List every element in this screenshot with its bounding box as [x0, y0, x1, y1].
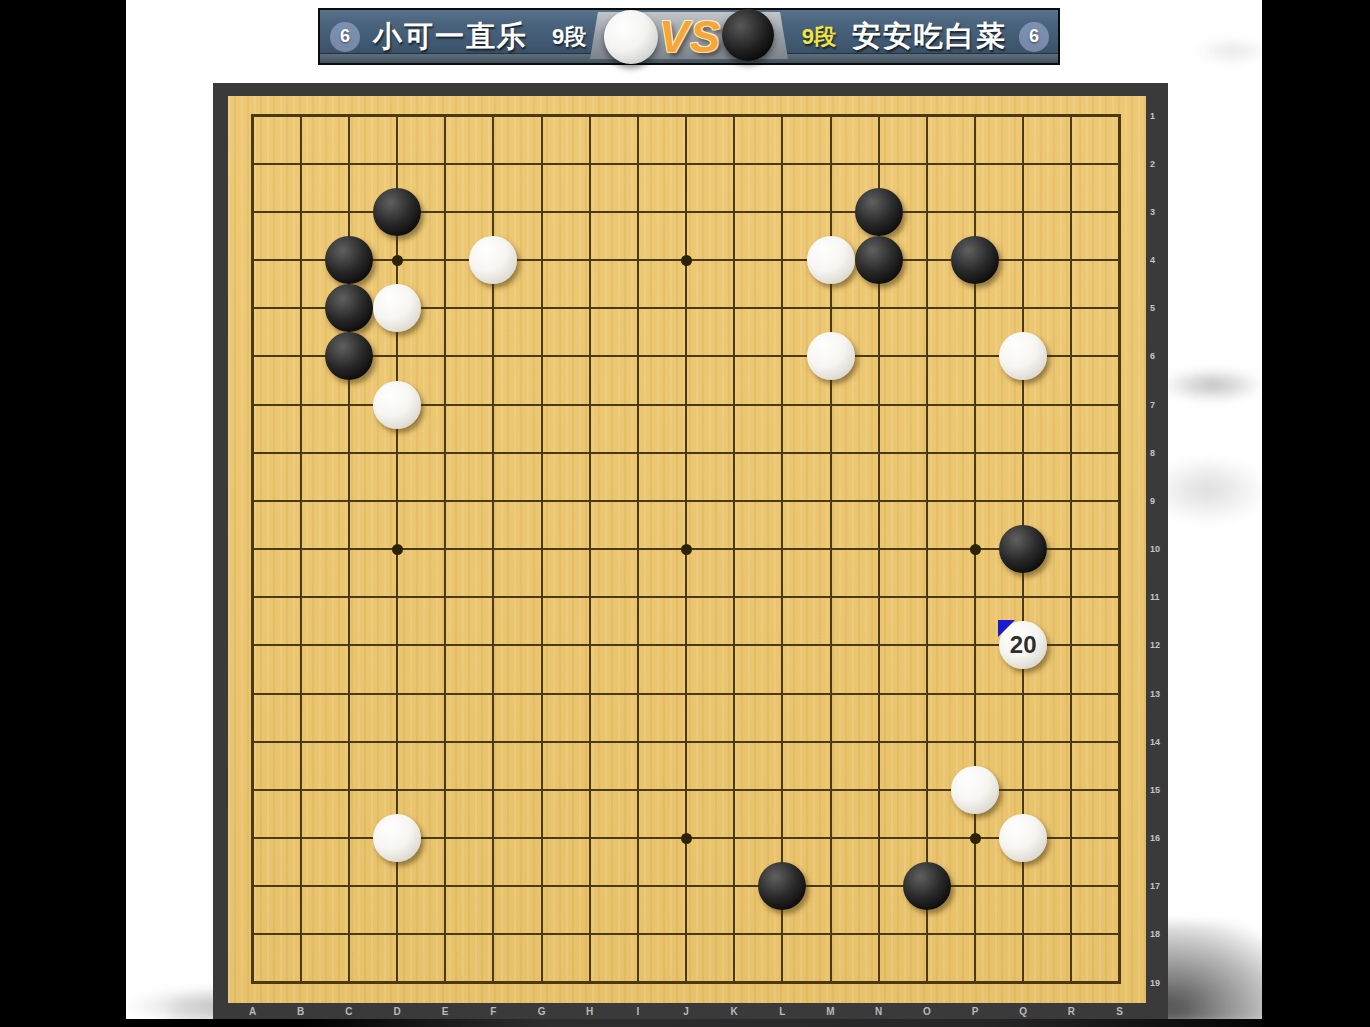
white-stone-icon [604, 10, 658, 64]
board-coordinate-row-19: 19 [1150, 978, 1168, 988]
bottom-letterbox-bar [0, 1019, 1370, 1027]
grid-line-horizontal [251, 885, 1121, 887]
grid-line-horizontal [251, 741, 1121, 743]
right-letterbox-bar [1262, 0, 1370, 1027]
board-coordinate-row-7: 7 [1150, 400, 1168, 410]
white-stone-D7 [373, 381, 421, 429]
vs-stage: VS [604, 4, 774, 70]
board-coordinate-column-Q: Q [1011, 1005, 1035, 1018]
white-stone-Q6 [999, 332, 1047, 380]
black-stone-N3 [855, 188, 903, 236]
black-stone-icon [722, 9, 774, 61]
board-coordinate-column-I: I [626, 1005, 650, 1018]
black-stone-L17 [758, 862, 806, 910]
match-header: 6 小可一直乐 9段 VS 9段 安安吃白菜 6 [318, 8, 1060, 65]
board-coordinate-row-5: 5 [1150, 303, 1168, 313]
grid-line-vertical [926, 114, 928, 984]
board-coordinate-column-G: G [530, 1005, 554, 1018]
black-stone-C4 [325, 236, 373, 284]
ink-smudge [1195, 38, 1270, 64]
board-coordinate-column-J: J [674, 1005, 698, 1018]
board-coordinate-row-17: 17 [1150, 881, 1168, 891]
board-coordinate-column-M: M [819, 1005, 843, 1018]
black-player-badge: 6 [1019, 22, 1049, 52]
board-coordinate-column-E: E [433, 1005, 457, 1018]
grid-line-horizontal [251, 693, 1121, 695]
black-stone-C5 [325, 284, 373, 332]
white-stone-D5 [373, 284, 421, 332]
board-coordinate-column-P: P [963, 1005, 987, 1018]
board-coordinate-column-S: S [1108, 1005, 1132, 1018]
black-stone-Q10 [999, 525, 1047, 573]
grid-line-vertical [1070, 114, 1072, 984]
white-stone-D16 [373, 814, 421, 862]
board-coordinate-row-15: 15 [1150, 785, 1168, 795]
grid-line-horizontal [251, 981, 1121, 984]
board-coordinate-column-C: C [337, 1005, 361, 1018]
black-player-name: 安安吃白菜 [852, 17, 1007, 57]
white-stone-M6 [807, 332, 855, 380]
grid-line-vertical [1118, 114, 1121, 984]
board-coordinate-row-3: 3 [1150, 207, 1168, 217]
board-coordinate-column-A: A [241, 1005, 265, 1018]
star-point [392, 255, 403, 266]
grid-line-horizontal [251, 596, 1121, 598]
last-move-stone-Q12: 20 [999, 621, 1047, 669]
board-coordinate-row-9: 9 [1150, 496, 1168, 506]
board-coordinate-column-B: B [289, 1005, 313, 1018]
board-coordinate-row-13: 13 [1150, 689, 1168, 699]
board-coordinate-row-18: 18 [1150, 929, 1168, 939]
board-coordinate-column-O: O [915, 1005, 939, 1018]
black-stone-D3 [373, 188, 421, 236]
black-stone-P4 [951, 236, 999, 284]
grid-line-horizontal [251, 933, 1121, 935]
board-coordinate-row-11: 11 [1150, 592, 1168, 602]
grid-line-vertical [733, 114, 735, 984]
ink-smudge [1160, 368, 1265, 402]
board-coordinate-column-D: D [385, 1005, 409, 1018]
board-coordinate-row-16: 16 [1150, 833, 1168, 843]
grid-line-vertical [781, 114, 783, 984]
last-move-number: 20 [999, 621, 1047, 669]
white-player-name: 小可一直乐 [373, 17, 528, 57]
board-coordinate-row-10: 10 [1150, 544, 1168, 554]
black-stone-O17 [903, 862, 951, 910]
grid-line-horizontal [251, 644, 1121, 646]
vs-label: VS [659, 11, 721, 63]
board-coordinate-column-K: K [722, 1005, 746, 1018]
white-player-rank: 9段 [552, 22, 586, 52]
black-stone-N4 [855, 236, 903, 284]
white-stone-Q16 [999, 814, 1047, 862]
white-player-badge: 6 [330, 22, 360, 52]
goban[interactable]: 20 [228, 96, 1146, 1003]
board-coordinate-row-1: 1 [1150, 111, 1168, 121]
board-coordinate-row-4: 4 [1150, 255, 1168, 265]
star-point [681, 833, 692, 844]
board-coordinate-column-R: R [1059, 1005, 1083, 1018]
left-letterbox-bar [0, 0, 126, 1027]
board-coordinate-row-14: 14 [1150, 737, 1168, 747]
white-stone-M4 [807, 236, 855, 284]
white-stone-F4 [469, 236, 517, 284]
star-point [970, 833, 981, 844]
white-stone-P15 [951, 766, 999, 814]
star-point [970, 544, 981, 555]
black-player-rank: 9段 [802, 22, 836, 52]
go-board-frame: 20 ABCDEFGHIJKLMNOPQRS123456789101112131… [213, 83, 1168, 1020]
board-coordinate-column-N: N [867, 1005, 891, 1018]
board-coordinate-column-F: F [481, 1005, 505, 1018]
board-coordinate-row-2: 2 [1150, 159, 1168, 169]
board-coordinate-row-8: 8 [1150, 448, 1168, 458]
star-point [681, 544, 692, 555]
board-coordinate-column-L: L [770, 1005, 794, 1018]
board-coordinate-column-H: H [578, 1005, 602, 1018]
board-coordinate-row-12: 12 [1150, 640, 1168, 650]
star-point [681, 255, 692, 266]
black-stone-C6 [325, 332, 373, 380]
star-point [392, 544, 403, 555]
board-coordinate-row-6: 6 [1150, 351, 1168, 361]
